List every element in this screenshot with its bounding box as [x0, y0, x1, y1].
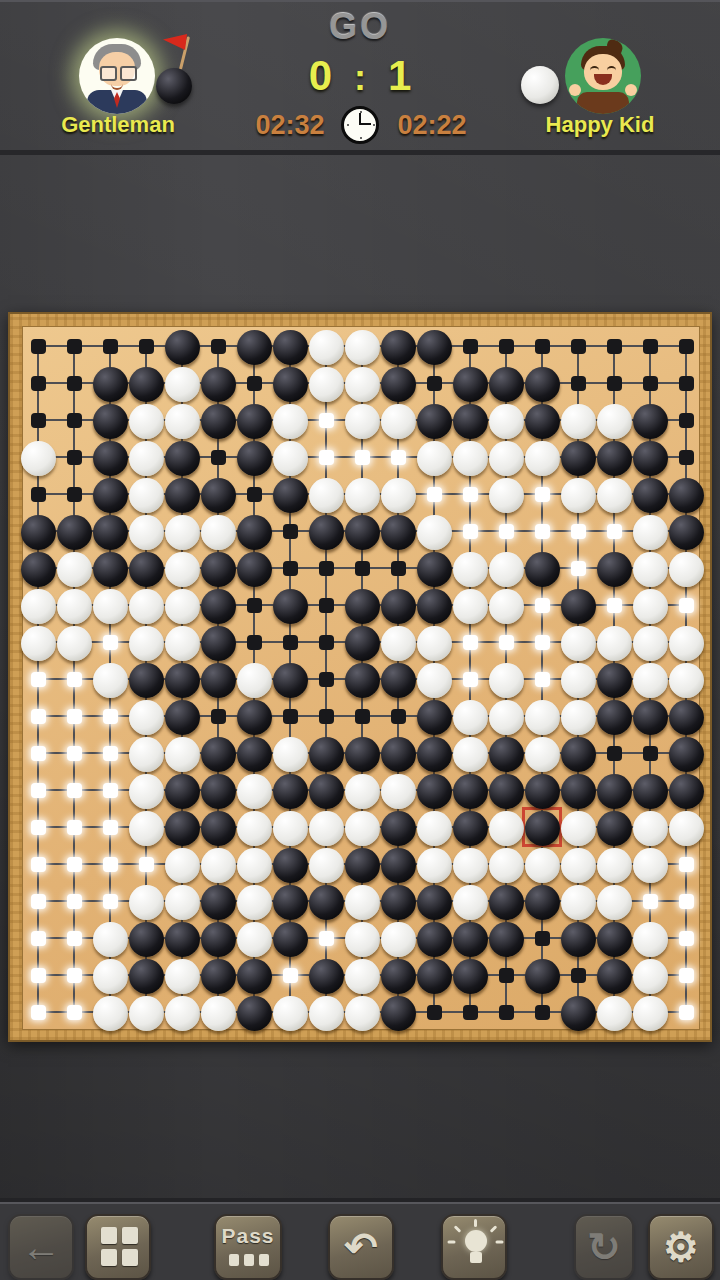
territory-white-marker[interactable] [103, 820, 118, 835]
stone-white [345, 922, 380, 957]
territory-white-marker[interactable] [67, 746, 82, 761]
territory-white-marker[interactable] [391, 450, 406, 465]
territory-white-marker[interactable] [31, 820, 46, 835]
territory-black-marker[interactable] [247, 598, 262, 613]
stone-black [633, 478, 668, 513]
territory-white-marker[interactable] [463, 524, 478, 539]
stone-black [93, 367, 128, 402]
gear-icon: ⚙ [650, 1216, 712, 1278]
territory-white-marker[interactable] [463, 672, 478, 687]
stone-black [201, 626, 236, 661]
territory-black-marker[interactable] [211, 450, 226, 465]
territory-black-marker[interactable] [679, 450, 694, 465]
stone-white [309, 811, 344, 846]
stone-white [597, 996, 632, 1031]
territory-white-marker[interactable] [283, 968, 298, 983]
stone-black [597, 441, 632, 476]
avatar-mouth [111, 82, 123, 90]
territory-white-marker[interactable] [103, 746, 118, 761]
stone-white [453, 552, 488, 587]
stone-white [93, 922, 128, 957]
undo-arrow-icon: ↶ [330, 1216, 392, 1278]
stone-black [345, 515, 380, 550]
stone-white [489, 404, 524, 439]
territory-white-marker[interactable] [31, 672, 46, 687]
stone-black [165, 774, 200, 809]
territory-white-marker[interactable] [679, 968, 694, 983]
stone-white [345, 885, 380, 920]
stone-black [453, 811, 488, 846]
header-bar: GO 0:1 02:32 02:22 Gentleman [0, 0, 720, 155]
stone-white [345, 478, 380, 513]
stone-black [21, 515, 56, 550]
stone-black [525, 774, 560, 809]
bottom-toolbar: ← Pass ↶ ↻ ⚙ [0, 1198, 720, 1280]
territory-black-marker[interactable] [31, 487, 46, 502]
stone-white [345, 774, 380, 809]
territory-white-marker[interactable] [31, 857, 46, 872]
territory-white-marker[interactable] [31, 894, 46, 909]
territory-white-marker[interactable] [535, 635, 550, 650]
stone-white [273, 737, 308, 772]
stone-black [165, 441, 200, 476]
back-button[interactable]: ← [8, 1214, 74, 1280]
territory-black-marker[interactable] [211, 339, 226, 354]
territory-white-marker[interactable] [535, 598, 550, 613]
territory-black-marker[interactable] [247, 487, 262, 502]
territory-white-marker[interactable] [463, 487, 478, 502]
stone-black [273, 367, 308, 402]
avatar-eye [590, 66, 599, 74]
stone-black [201, 885, 236, 920]
stone-white [165, 589, 200, 624]
territory-white-marker[interactable] [319, 931, 334, 946]
stone-white [453, 737, 488, 772]
territory-black-marker[interactable] [679, 413, 694, 428]
stone-black [345, 663, 380, 698]
territory-black-marker[interactable] [67, 339, 82, 354]
stone-white [165, 552, 200, 587]
stone-white [633, 811, 668, 846]
territory-white-marker[interactable] [103, 894, 118, 909]
territory-white-marker[interactable] [67, 968, 82, 983]
score-right: 1 [388, 52, 411, 99]
clock-right: 02:22 [372, 110, 492, 141]
stone-black [417, 885, 452, 920]
stone-black [381, 959, 416, 994]
stone-black [561, 996, 596, 1031]
territory-white-marker[interactable] [679, 1005, 694, 1020]
stone-white [381, 922, 416, 957]
stone-black [597, 700, 632, 735]
territory-black-marker[interactable] [247, 635, 262, 650]
stone-black [93, 404, 128, 439]
territory-black-marker[interactable] [607, 376, 622, 391]
stone-white [561, 626, 596, 661]
stone-black [93, 552, 128, 587]
stone-black [597, 552, 632, 587]
territory-white-marker[interactable] [31, 746, 46, 761]
territory-black-marker[interactable] [283, 709, 298, 724]
stone-white [309, 330, 344, 365]
flag-cloth [163, 34, 187, 50]
stone-white [525, 700, 560, 735]
stone-black [129, 959, 164, 994]
stone-black [345, 589, 380, 624]
stone-black [633, 441, 668, 476]
stone-black [489, 737, 524, 772]
stone-black [237, 404, 272, 439]
stone-white [345, 811, 380, 846]
stone-white [57, 589, 92, 624]
territory-white-marker[interactable] [535, 487, 550, 502]
stone-white [453, 589, 488, 624]
territory-black-marker[interactable] [499, 339, 514, 354]
stone-black [525, 885, 560, 920]
stone-black [237, 552, 272, 587]
stone-black [237, 515, 272, 550]
stone-white [237, 663, 272, 698]
stone-white [633, 515, 668, 550]
stone-black [489, 367, 524, 402]
stone-black [453, 367, 488, 402]
stone-black [201, 737, 236, 772]
refresh-icon: ↻ [576, 1216, 632, 1278]
territory-white-marker[interactable] [355, 450, 370, 465]
territory-black-marker[interactable] [319, 635, 334, 650]
stone-white [633, 626, 668, 661]
sync-button[interactable]: ↻ [574, 1214, 634, 1280]
territory-black-marker[interactable] [31, 376, 46, 391]
stone-white [525, 848, 560, 883]
territory-white-marker[interactable] [679, 894, 694, 909]
player-right-avatar [565, 38, 641, 114]
territory-white-marker[interactable] [319, 413, 334, 428]
stone-black [489, 774, 524, 809]
stone-black [669, 774, 704, 809]
territory-white-marker[interactable] [31, 709, 46, 724]
stone-black [201, 589, 236, 624]
stone-black [273, 478, 308, 513]
clock-hour-hand [361, 123, 371, 125]
back-arrow-icon: ← [10, 1216, 72, 1278]
stone-white [633, 848, 668, 883]
stone-white [237, 885, 272, 920]
player-left-stone-black [156, 68, 192, 104]
territory-black-marker[interactable] [571, 339, 586, 354]
territory-black-marker[interactable] [535, 1005, 550, 1020]
stone-white [669, 663, 704, 698]
stone-white [597, 404, 632, 439]
territory-white-marker[interactable] [607, 524, 622, 539]
territory-black-marker[interactable] [391, 709, 406, 724]
territory-white-marker[interactable] [427, 487, 442, 502]
stone-black [525, 404, 560, 439]
territory-white-marker[interactable] [139, 857, 154, 872]
stone-black [381, 589, 416, 624]
stone-white [345, 404, 380, 439]
territory-white-marker[interactable] [463, 635, 478, 650]
stone-black [597, 774, 632, 809]
stone-white [129, 441, 164, 476]
stone-white [237, 848, 272, 883]
stone-black [417, 959, 452, 994]
territory-black-marker[interactable] [643, 339, 658, 354]
stone-white [165, 367, 200, 402]
territory-black-marker[interactable] [139, 339, 154, 354]
stone-black [129, 367, 164, 402]
territory-black-marker[interactable] [499, 968, 514, 983]
stone-white [345, 996, 380, 1031]
territory-black-marker[interactable] [319, 709, 334, 724]
stone-white [561, 811, 596, 846]
stone-black [669, 700, 704, 735]
territory-black-marker[interactable] [355, 561, 370, 576]
territory-black-marker[interactable] [427, 1005, 442, 1020]
stone-black [525, 552, 560, 587]
stone-white [417, 848, 452, 883]
stone-black [345, 737, 380, 772]
territory-black-marker[interactable] [499, 1005, 514, 1020]
territory-black-marker[interactable] [427, 376, 442, 391]
stone-white [633, 959, 668, 994]
stone-black [489, 885, 524, 920]
pass-button[interactable]: Pass [214, 1214, 282, 1280]
stone-black [309, 737, 344, 772]
stone-black [381, 885, 416, 920]
player-right-stone-white [521, 66, 559, 104]
territory-black-marker[interactable] [535, 931, 550, 946]
territory-white-marker[interactable] [571, 524, 586, 539]
stone-white [21, 626, 56, 661]
stone-black [381, 663, 416, 698]
stone-white [309, 848, 344, 883]
territory-black-marker[interactable] [463, 339, 478, 354]
player-left-name: Gentleman [8, 112, 228, 138]
stone-white [453, 885, 488, 920]
territory-black-marker[interactable] [535, 339, 550, 354]
territory-white-marker[interactable] [571, 561, 586, 576]
stone-white [597, 885, 632, 920]
stone-white [93, 996, 128, 1031]
stone-black [201, 478, 236, 513]
territory-white-marker[interactable] [103, 857, 118, 872]
stone-white [525, 737, 560, 772]
territory-white-marker[interactable] [67, 894, 82, 909]
stone-black [129, 663, 164, 698]
stone-white [93, 589, 128, 624]
stone-white [417, 441, 452, 476]
stone-white [597, 478, 632, 513]
territory-black-marker[interactable] [643, 376, 658, 391]
stone-white [129, 589, 164, 624]
stone-white [165, 885, 200, 920]
stone-black [201, 922, 236, 957]
stone-black [417, 774, 452, 809]
undo-button[interactable]: ↶ [328, 1214, 394, 1280]
stone-black [165, 330, 200, 365]
territory-white-marker[interactable] [103, 709, 118, 724]
territory-white-marker[interactable] [499, 524, 514, 539]
territory-black-marker[interactable] [643, 746, 658, 761]
territory-white-marker[interactable] [31, 1005, 46, 1020]
stone-white [129, 478, 164, 513]
stone-white [669, 811, 704, 846]
avatar-eye [607, 66, 616, 74]
territory-white-marker[interactable] [679, 931, 694, 946]
stone-black [597, 811, 632, 846]
territory-black-marker[interactable] [283, 524, 298, 539]
stone-black [453, 774, 488, 809]
player-left-avatar [79, 38, 155, 114]
territory-black-marker[interactable] [103, 339, 118, 354]
hint-button[interactable] [441, 1214, 507, 1280]
stone-white [273, 404, 308, 439]
stone-black [237, 737, 272, 772]
stone-white [561, 404, 596, 439]
stone-white [21, 441, 56, 476]
stone-black [417, 589, 452, 624]
territory-black-marker[interactable] [67, 450, 82, 465]
stone-white [453, 848, 488, 883]
player-right-name: Happy Kid [490, 112, 710, 138]
territory-white-marker[interactable] [31, 968, 46, 983]
stone-black [273, 589, 308, 624]
stone-white [237, 811, 272, 846]
territory-white-marker[interactable] [67, 709, 82, 724]
stone-white [633, 922, 668, 957]
stone-black [633, 774, 668, 809]
stone-black [669, 515, 704, 550]
stone-black [417, 700, 452, 735]
territory-black-marker[interactable] [211, 709, 226, 724]
territory-black-marker[interactable] [67, 413, 82, 428]
stone-white [129, 811, 164, 846]
territory-black-marker[interactable] [31, 413, 46, 428]
territory-black-marker[interactable] [355, 709, 370, 724]
stone-white [381, 404, 416, 439]
stone-white [417, 515, 452, 550]
stone-white [417, 626, 452, 661]
territory-white-marker[interactable] [679, 857, 694, 872]
stone-black [525, 367, 560, 402]
stone-white [165, 515, 200, 550]
territory-white-marker[interactable] [103, 783, 118, 798]
stone-black [93, 441, 128, 476]
territory-white-marker[interactable] [67, 1005, 82, 1020]
go-board[interactable] [8, 312, 712, 1042]
stone-black [417, 552, 452, 587]
stone-white [417, 811, 452, 846]
stone-white [201, 996, 236, 1031]
territory-white-marker[interactable] [67, 820, 82, 835]
stone-black [381, 367, 416, 402]
territory-white-marker[interactable] [67, 931, 82, 946]
stone-white [417, 663, 452, 698]
territory-white-marker[interactable] [67, 672, 82, 687]
territory-white-marker[interactable] [31, 931, 46, 946]
stone-black [237, 441, 272, 476]
stone-white [129, 626, 164, 661]
territory-white-marker[interactable] [319, 450, 334, 465]
stone-black [129, 922, 164, 957]
territory-black-marker[interactable] [67, 376, 82, 391]
stone-black [309, 885, 344, 920]
territory-black-marker[interactable] [319, 561, 334, 576]
stone-white [597, 626, 632, 661]
territory-white-marker[interactable] [31, 783, 46, 798]
glasses-icon [100, 66, 117, 81]
stone-black [417, 330, 452, 365]
stone-black [453, 404, 488, 439]
stone-white [273, 996, 308, 1031]
territory-white-marker[interactable] [67, 857, 82, 872]
territory-black-marker[interactable] [571, 968, 586, 983]
stone-black [561, 737, 596, 772]
territory-white-marker[interactable] [643, 894, 658, 909]
territory-white-marker[interactable] [607, 598, 622, 613]
score-separator: : [332, 57, 388, 98]
stone-black [561, 774, 596, 809]
stone-black [93, 515, 128, 550]
lightbulb-icon [465, 1230, 487, 1252]
stone-black [633, 404, 668, 439]
stone-black [417, 922, 452, 957]
territory-white-marker[interactable] [499, 635, 514, 650]
stone-white [597, 848, 632, 883]
stone-black [273, 774, 308, 809]
stone-black [381, 996, 416, 1031]
territory-black-marker[interactable] [67, 487, 82, 502]
territory-black-marker[interactable] [679, 339, 694, 354]
stone-white [489, 589, 524, 624]
territory-white-marker[interactable] [535, 672, 550, 687]
territory-black-marker[interactable] [31, 339, 46, 354]
stone-white [489, 663, 524, 698]
territory-black-marker[interactable] [283, 561, 298, 576]
stone-white [129, 737, 164, 772]
settings-button[interactable]: ⚙ [648, 1214, 714, 1280]
territory-white-marker[interactable] [67, 783, 82, 798]
stone-black [165, 478, 200, 513]
go-board-grid[interactable] [22, 326, 700, 1030]
territory-black-marker[interactable] [319, 672, 334, 687]
territory-black-marker[interactable] [679, 376, 694, 391]
stone-white [129, 996, 164, 1031]
territory-black-marker[interactable] [607, 339, 622, 354]
territory-black-marker[interactable] [463, 1005, 478, 1020]
territory-white-marker[interactable] [535, 524, 550, 539]
territory-black-marker[interactable] [283, 635, 298, 650]
stone-white [453, 441, 488, 476]
territory-black-marker[interactable] [607, 746, 622, 761]
stone-black [201, 811, 236, 846]
pass-button-label: Pass [216, 1224, 280, 1248]
stone-black [633, 700, 668, 735]
stone-white [273, 441, 308, 476]
territory-black-marker[interactable] [391, 561, 406, 576]
stone-black [201, 404, 236, 439]
games-menu-button[interactable] [85, 1214, 151, 1280]
territory-black-marker[interactable] [571, 376, 586, 391]
territory-black-marker[interactable] [319, 598, 334, 613]
territory-white-marker[interactable] [103, 635, 118, 650]
stone-white [453, 700, 488, 735]
territory-black-marker[interactable] [247, 376, 262, 391]
stone-white [489, 700, 524, 735]
stone-white [129, 515, 164, 550]
territory-white-marker[interactable] [679, 598, 694, 613]
